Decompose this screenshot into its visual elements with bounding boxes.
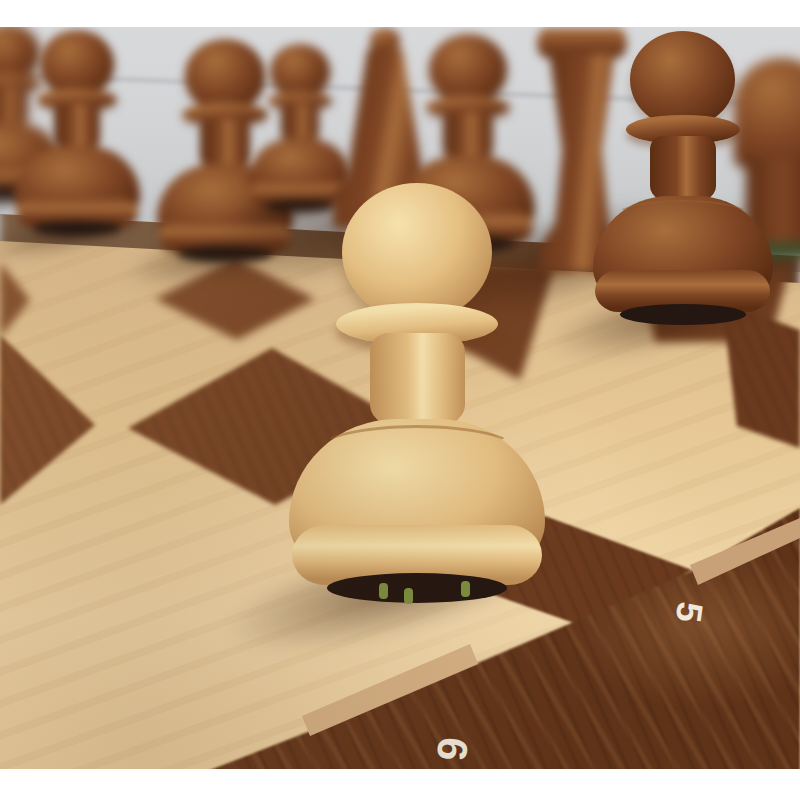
white-frame-band-bottom <box>0 769 800 800</box>
white-frame-band-top <box>0 0 800 27</box>
photo-vignette <box>0 0 800 800</box>
product-photo: 5 6 ♟♟♟♟♝♟♜♝♟♙ <box>0 0 800 800</box>
